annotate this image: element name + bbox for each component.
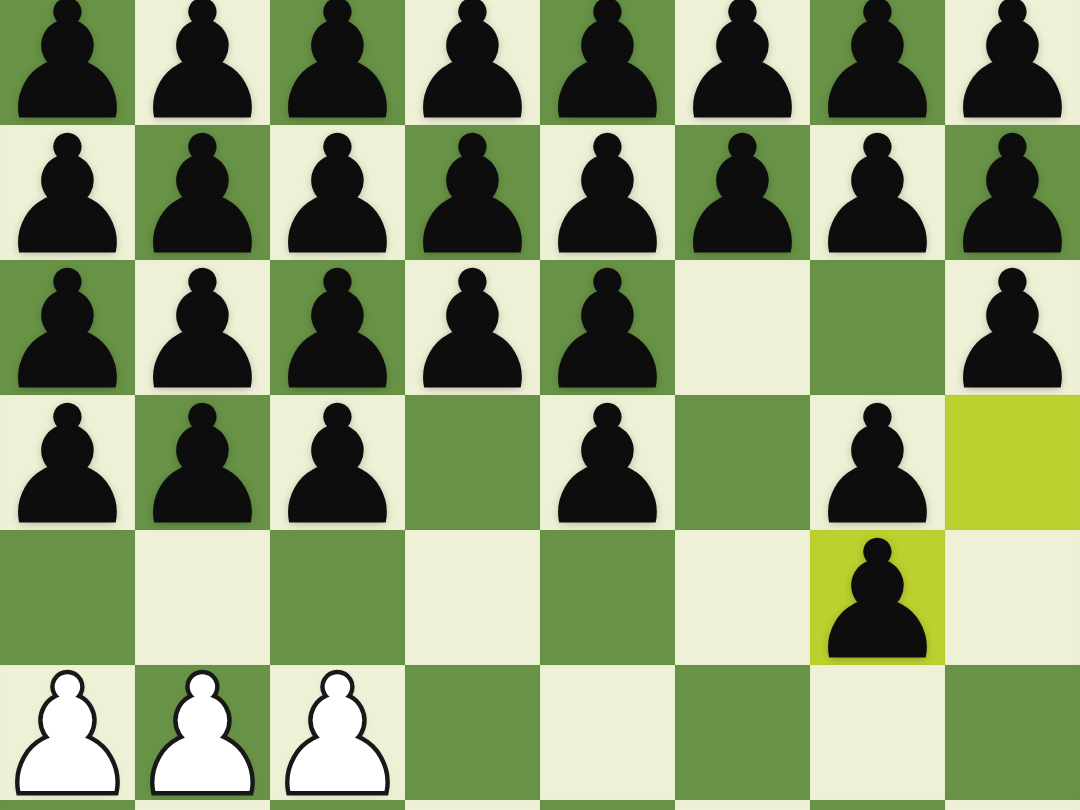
square-h1[interactable]	[945, 800, 1080, 810]
square-b1[interactable]	[135, 800, 270, 810]
square-g1[interactable]	[810, 800, 945, 810]
white-pawn-b2[interactable]: ♟	[131, 656, 274, 810]
black-pawn-a4[interactable]: ♟	[0, 386, 139, 546]
black-pawn-f6[interactable]: ♟	[671, 116, 814, 276]
black-pawn-e4[interactable]: ♟	[536, 386, 679, 546]
square-d4[interactable]	[405, 395, 540, 530]
square-d1[interactable]	[405, 800, 540, 810]
white-pawn-c2[interactable]: ♟	[266, 656, 409, 810]
board-viewport: ♟♟♟♟♟♟♟♟♟♟♟♟♟♟♟♟♟♟♟♟♟♟♟♟♟♟♟♟♟♟♟	[0, 0, 1080, 810]
square-f2[interactable]	[675, 665, 810, 800]
square-c4[interactable]: ♟	[270, 395, 405, 530]
square-f3[interactable]	[675, 530, 810, 665]
black-pawn-c4[interactable]: ♟	[266, 386, 409, 546]
square-f1[interactable]	[675, 800, 810, 810]
square-f5[interactable]	[675, 260, 810, 395]
square-a1[interactable]	[0, 800, 135, 810]
square-h2[interactable]	[945, 665, 1080, 800]
square-e1[interactable]	[540, 800, 675, 810]
square-a2[interactable]: ♟	[0, 665, 135, 800]
black-pawn-b4[interactable]: ♟	[131, 386, 274, 546]
black-pawn-g3[interactable]: ♟	[806, 521, 949, 681]
square-h4[interactable]	[945, 395, 1080, 530]
square-f6[interactable]: ♟	[675, 125, 810, 260]
square-g3[interactable]: ♟	[810, 530, 945, 665]
square-a4[interactable]: ♟	[0, 395, 135, 530]
square-g2[interactable]	[810, 665, 945, 800]
square-d3[interactable]	[405, 530, 540, 665]
square-e3[interactable]	[540, 530, 675, 665]
square-h3[interactable]	[945, 530, 1080, 665]
square-e2[interactable]	[540, 665, 675, 800]
square-g6[interactable]: ♟	[810, 125, 945, 260]
square-d5[interactable]: ♟	[405, 260, 540, 395]
white-pawn-a2[interactable]: ♟	[0, 656, 139, 810]
square-b2[interactable]: ♟	[135, 665, 270, 800]
square-e4[interactable]: ♟	[540, 395, 675, 530]
square-d2[interactable]	[405, 665, 540, 800]
square-c2[interactable]: ♟	[270, 665, 405, 800]
square-b4[interactable]: ♟	[135, 395, 270, 530]
square-c1[interactable]	[270, 800, 405, 810]
square-f4[interactable]	[675, 395, 810, 530]
black-pawn-g6[interactable]: ♟	[806, 116, 949, 276]
chess-board: ♟♟♟♟♟♟♟♟♟♟♟♟♟♟♟♟♟♟♟♟♟♟♟♟♟♟♟♟♟♟♟	[0, 0, 1080, 810]
black-pawn-h5[interactable]: ♟	[941, 251, 1080, 411]
black-pawn-d5[interactable]: ♟	[401, 251, 544, 411]
square-h5[interactable]: ♟	[945, 260, 1080, 395]
